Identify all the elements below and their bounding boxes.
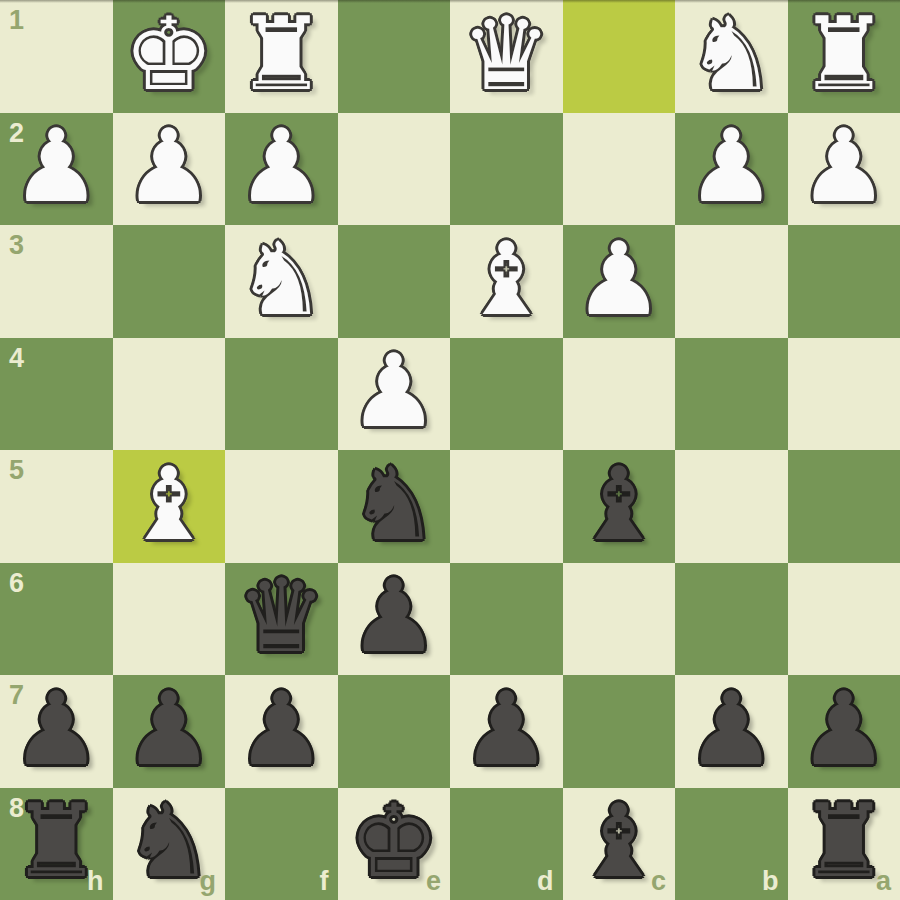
- white-pawn[interactable]: ♟: [348, 341, 439, 442]
- white-knight[interactable]: ♞: [686, 4, 777, 105]
- square-g8[interactable]: g♞: [113, 788, 226, 900]
- square-d8[interactable]: d: [450, 788, 563, 900]
- black-knight[interactable]: ♞: [348, 454, 439, 555]
- square-b1[interactable]: ♞: [675, 0, 788, 113]
- white-rook[interactable]: ♜: [236, 4, 327, 105]
- file-label-f: f: [320, 868, 329, 895]
- black-king[interactable]: ♚: [348, 791, 439, 892]
- square-e2[interactable]: [338, 113, 451, 226]
- black-queen[interactable]: ♛: [236, 566, 327, 667]
- square-a1[interactable]: ♜: [788, 0, 900, 113]
- white-pawn[interactable]: ♟: [798, 116, 889, 217]
- square-d2[interactable]: [450, 113, 563, 226]
- square-e1[interactable]: [338, 0, 451, 113]
- square-d5[interactable]: [450, 450, 563, 563]
- square-h4[interactable]: 4: [0, 338, 113, 451]
- square-h2[interactable]: 2♟: [0, 113, 113, 226]
- square-g7[interactable]: ♟: [113, 675, 226, 788]
- square-a6[interactable]: [788, 563, 900, 676]
- square-a3[interactable]: [788, 225, 900, 338]
- square-f3[interactable]: ♞: [225, 225, 338, 338]
- square-e8[interactable]: e♚: [338, 788, 451, 900]
- white-knight[interactable]: ♞: [236, 229, 327, 330]
- square-c5[interactable]: ♝: [563, 450, 676, 563]
- square-f2[interactable]: ♟: [225, 113, 338, 226]
- square-c3[interactable]: ♟: [563, 225, 676, 338]
- square-f7[interactable]: ♟: [225, 675, 338, 788]
- square-d6[interactable]: [450, 563, 563, 676]
- square-e5[interactable]: ♞: [338, 450, 451, 563]
- square-g1[interactable]: ♚: [113, 0, 226, 113]
- rank-label-4: 4: [9, 345, 24, 372]
- white-rook[interactable]: ♜: [798, 4, 889, 105]
- square-c7[interactable]: [563, 675, 676, 788]
- file-label-b: b: [762, 868, 779, 895]
- white-pawn[interactable]: ♟: [11, 116, 102, 217]
- square-f6[interactable]: ♛: [225, 563, 338, 676]
- white-pawn[interactable]: ♟: [123, 116, 214, 217]
- black-knight[interactable]: ♞: [123, 791, 214, 892]
- square-b8[interactable]: b: [675, 788, 788, 900]
- white-pawn[interactable]: ♟: [573, 229, 664, 330]
- rank-label-5: 5: [9, 457, 24, 484]
- square-f8[interactable]: f: [225, 788, 338, 900]
- square-a7[interactable]: ♟: [788, 675, 900, 788]
- square-e7[interactable]: [338, 675, 451, 788]
- square-h1[interactable]: 1: [0, 0, 113, 113]
- square-b6[interactable]: [675, 563, 788, 676]
- black-bishop[interactable]: ♝: [573, 454, 664, 555]
- square-f1[interactable]: ♜: [225, 0, 338, 113]
- square-b3[interactable]: [675, 225, 788, 338]
- square-d4[interactable]: [450, 338, 563, 451]
- rank-label-1: 1: [9, 7, 24, 34]
- square-g5[interactable]: ♝: [113, 450, 226, 563]
- square-b7[interactable]: ♟: [675, 675, 788, 788]
- square-h8[interactable]: 8h♜: [0, 788, 113, 900]
- square-h3[interactable]: 3: [0, 225, 113, 338]
- white-queen[interactable]: ♛: [461, 4, 552, 105]
- square-e4[interactable]: ♟: [338, 338, 451, 451]
- black-pawn[interactable]: ♟: [123, 679, 214, 780]
- square-g3[interactable]: [113, 225, 226, 338]
- square-f5[interactable]: [225, 450, 338, 563]
- square-e6[interactable]: ♟: [338, 563, 451, 676]
- black-pawn[interactable]: ♟: [798, 679, 889, 780]
- square-a4[interactable]: [788, 338, 900, 451]
- black-rook[interactable]: ♜: [798, 791, 889, 892]
- file-label-d: d: [537, 868, 554, 895]
- square-c4[interactable]: [563, 338, 676, 451]
- black-pawn[interactable]: ♟: [11, 679, 102, 780]
- square-h7[interactable]: 7♟: [0, 675, 113, 788]
- black-pawn[interactable]: ♟: [348, 566, 439, 667]
- black-bishop[interactable]: ♝: [573, 791, 664, 892]
- square-a2[interactable]: ♟: [788, 113, 900, 226]
- square-b5[interactable]: [675, 450, 788, 563]
- square-b4[interactable]: [675, 338, 788, 451]
- black-pawn[interactable]: ♟: [236, 679, 327, 780]
- rank-label-6: 6: [9, 570, 24, 597]
- white-pawn[interactable]: ♟: [686, 116, 777, 217]
- square-c8[interactable]: c♝: [563, 788, 676, 900]
- square-g6[interactable]: [113, 563, 226, 676]
- square-d3[interactable]: ♝: [450, 225, 563, 338]
- white-bishop[interactable]: ♝: [123, 454, 214, 555]
- square-g2[interactable]: ♟: [113, 113, 226, 226]
- square-g4[interactable]: [113, 338, 226, 451]
- square-h6[interactable]: 6: [0, 563, 113, 676]
- square-e3[interactable]: [338, 225, 451, 338]
- white-bishop[interactable]: ♝: [461, 229, 552, 330]
- square-a5[interactable]: [788, 450, 900, 563]
- black-pawn[interactable]: ♟: [686, 679, 777, 780]
- square-c6[interactable]: [563, 563, 676, 676]
- square-a8[interactable]: a♜: [788, 788, 900, 900]
- black-pawn[interactable]: ♟: [461, 679, 552, 780]
- square-c1[interactable]: [563, 0, 676, 113]
- square-c2[interactable]: [563, 113, 676, 226]
- black-rook[interactable]: ♜: [11, 791, 102, 892]
- rank-label-3: 3: [9, 232, 24, 259]
- white-king[interactable]: ♚: [123, 4, 214, 105]
- square-b2[interactable]: ♟: [675, 113, 788, 226]
- square-h5[interactable]: 5: [0, 450, 113, 563]
- square-f4[interactable]: [225, 338, 338, 451]
- chess-board: 1♚♜♛♞♜2♟♟♟♟♟3♞♝♟4♟5♝♞♝6♛♟7♟♟♟♟♟♟8h♜g♞fe♚…: [0, 0, 900, 900]
- square-d7[interactable]: ♟: [450, 675, 563, 788]
- white-pawn[interactable]: ♟: [236, 116, 327, 217]
- square-d1[interactable]: ♛: [450, 0, 563, 113]
